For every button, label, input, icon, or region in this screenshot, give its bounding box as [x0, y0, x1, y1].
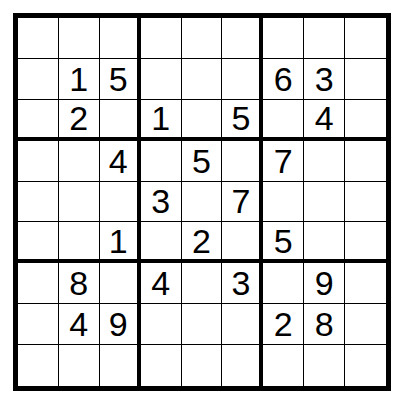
cell-r5c5[interactable] — [182, 182, 223, 223]
cell-r9c5[interactable] — [182, 345, 223, 386]
cell-r4c6[interactable] — [222, 141, 263, 182]
cell-r8c5[interactable] — [182, 304, 223, 345]
cell-r7c3[interactable] — [100, 263, 141, 304]
cell-r8c3[interactable]: 9 — [100, 304, 141, 345]
cell-r7c5[interactable] — [182, 263, 223, 304]
cell-r7c1[interactable] — [18, 263, 59, 304]
cell-r3c4[interactable]: 1 — [141, 100, 182, 141]
cell-r1c7[interactable] — [263, 18, 304, 59]
cell-r6c1[interactable] — [18, 222, 59, 263]
cell-r8c9[interactable] — [345, 304, 386, 345]
cell-r3c8[interactable]: 4 — [304, 100, 345, 141]
cell-r6c3[interactable]: 1 — [100, 222, 141, 263]
cell-r8c2[interactable]: 4 — [59, 304, 100, 345]
cell-r2c3[interactable]: 5 — [100, 59, 141, 100]
cell-r6c9[interactable] — [345, 222, 386, 263]
sudoku-board: 156321544573712584394928 — [13, 13, 391, 391]
cell-r4c1[interactable] — [18, 141, 59, 182]
cell-r8c6[interactable] — [222, 304, 263, 345]
cell-r3c2[interactable]: 2 — [59, 100, 100, 141]
cell-r2c1[interactable] — [18, 59, 59, 100]
cell-r6c8[interactable] — [304, 222, 345, 263]
cell-r3c9[interactable] — [345, 100, 386, 141]
cell-r7c8[interactable]: 9 — [304, 263, 345, 304]
cell-r1c1[interactable] — [18, 18, 59, 59]
cell-r7c2[interactable]: 8 — [59, 263, 100, 304]
cell-r2c4[interactable] — [141, 59, 182, 100]
cell-r2c8[interactable]: 3 — [304, 59, 345, 100]
cell-r1c4[interactable] — [141, 18, 182, 59]
cell-r3c5[interactable] — [182, 100, 223, 141]
cell-r1c2[interactable] — [59, 18, 100, 59]
cell-r7c4[interactable]: 4 — [141, 263, 182, 304]
cell-r6c2[interactable] — [59, 222, 100, 263]
cell-r1c8[interactable] — [304, 18, 345, 59]
cell-r5c6[interactable]: 7 — [222, 182, 263, 223]
cell-r2c9[interactable] — [345, 59, 386, 100]
cell-r4c7[interactable]: 7 — [263, 141, 304, 182]
cell-r9c6[interactable] — [222, 345, 263, 386]
cell-r8c1[interactable] — [18, 304, 59, 345]
cell-r8c8[interactable]: 8 — [304, 304, 345, 345]
cell-r1c9[interactable] — [345, 18, 386, 59]
cell-r6c4[interactable] — [141, 222, 182, 263]
cell-r5c1[interactable] — [18, 182, 59, 223]
cell-r2c5[interactable] — [182, 59, 223, 100]
cell-r9c1[interactable] — [18, 345, 59, 386]
cell-r7c6[interactable]: 3 — [222, 263, 263, 304]
cell-r2c2[interactable]: 1 — [59, 59, 100, 100]
cell-r4c9[interactable] — [345, 141, 386, 182]
cell-r3c6[interactable]: 5 — [222, 100, 263, 141]
cell-r4c4[interactable] — [141, 141, 182, 182]
cell-r5c8[interactable] — [304, 182, 345, 223]
cell-r3c3[interactable] — [100, 100, 141, 141]
cell-r6c5[interactable]: 2 — [182, 222, 223, 263]
cell-r9c7[interactable] — [263, 345, 304, 386]
cell-r4c8[interactable] — [304, 141, 345, 182]
cell-r3c1[interactable] — [18, 100, 59, 141]
cell-r3c7[interactable] — [263, 100, 304, 141]
cell-r1c6[interactable] — [222, 18, 263, 59]
cell-r4c3[interactable]: 4 — [100, 141, 141, 182]
cell-r6c6[interactable] — [222, 222, 263, 263]
cell-r5c9[interactable] — [345, 182, 386, 223]
cell-r4c5[interactable]: 5 — [182, 141, 223, 182]
cell-r9c4[interactable] — [141, 345, 182, 386]
cell-r9c3[interactable] — [100, 345, 141, 386]
cell-r8c4[interactable] — [141, 304, 182, 345]
cell-r1c5[interactable] — [182, 18, 223, 59]
cell-r4c2[interactable] — [59, 141, 100, 182]
cell-r5c3[interactable] — [100, 182, 141, 223]
cell-r5c4[interactable]: 3 — [141, 182, 182, 223]
cell-r9c8[interactable] — [304, 345, 345, 386]
cell-r9c9[interactable] — [345, 345, 386, 386]
cell-r2c7[interactable]: 6 — [263, 59, 304, 100]
cell-r5c7[interactable] — [263, 182, 304, 223]
cell-r7c9[interactable] — [345, 263, 386, 304]
cell-r5c2[interactable] — [59, 182, 100, 223]
cell-r7c7[interactable] — [263, 263, 304, 304]
cell-r6c7[interactable]: 5 — [263, 222, 304, 263]
cell-r2c6[interactable] — [222, 59, 263, 100]
cell-r1c3[interactable] — [100, 18, 141, 59]
cell-r9c2[interactable] — [59, 345, 100, 386]
cell-r8c7[interactable]: 2 — [263, 304, 304, 345]
